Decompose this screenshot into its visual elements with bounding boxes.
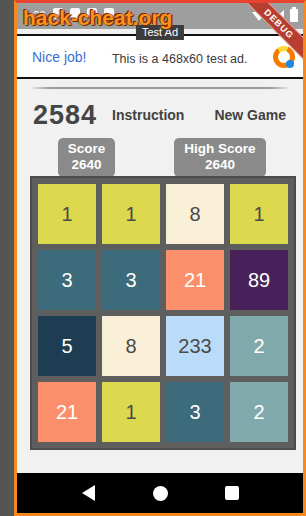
- tile-5: 5: [38, 316, 96, 376]
- game-header: 2584 Instruction New Game: [17, 99, 303, 131]
- ad-divider: [29, 87, 291, 89]
- new-game-button[interactable]: New Game: [214, 107, 286, 123]
- tile-3: 3: [38, 250, 96, 310]
- recents-button[interactable]: [212, 473, 252, 513]
- tile-1: 1: [38, 184, 96, 244]
- notification-icon: [87, 8, 97, 19]
- high-score-box: High Score 2640: [174, 138, 266, 177]
- ad-cta-link[interactable]: Nice job!: [32, 49, 86, 65]
- clock: 6:26: [24, 9, 45, 21]
- score-value: 2640: [58, 157, 115, 173]
- notification-icon: [70, 8, 80, 19]
- tile-21: 21: [38, 382, 96, 442]
- score-label: Score: [58, 141, 115, 157]
- tile-3: 3: [166, 382, 224, 442]
- page-title: 2584: [33, 100, 97, 131]
- high-score-label: High Score: [174, 141, 266, 157]
- tile-1: 1: [230, 184, 288, 244]
- tile-21: 21: [166, 250, 224, 310]
- score-box: Score 2640: [58, 138, 115, 177]
- tile-89: 89: [230, 250, 288, 310]
- recents-icon: [225, 486, 239, 500]
- back-button[interactable]: [68, 473, 108, 513]
- ad-banner[interactable]: Test Ad Nice job! This is a 468x60 test …: [17, 34, 303, 79]
- tile-3: 3: [102, 250, 160, 310]
- tile-1: 1: [102, 382, 160, 442]
- tile-8: 8: [102, 316, 160, 376]
- phone-screen: 6:26 hack-cheat.org DEBUG Test Ad Nice j…: [14, 0, 306, 516]
- board[interactable]: 118133218958233221132: [30, 176, 296, 450]
- notification-icons: [53, 8, 114, 19]
- back-icon: [82, 485, 95, 501]
- battery-icon: [290, 9, 298, 22]
- high-score-value: 2640: [174, 157, 266, 173]
- android-nav-bar: [17, 473, 303, 513]
- tile-2: 2: [230, 382, 288, 442]
- ad-body-text: This is a 468x60 test ad.: [86, 52, 273, 66]
- tile-2: 2: [230, 316, 288, 376]
- tile-233: 233: [166, 316, 224, 376]
- home-button[interactable]: [140, 473, 180, 513]
- instruction-button[interactable]: Instruction: [112, 107, 184, 123]
- home-icon: [153, 486, 168, 501]
- notification-icon: [104, 8, 114, 19]
- tile-1: 1: [102, 184, 160, 244]
- notification-icon: [53, 8, 63, 19]
- test-ad-badge: Test Ad: [136, 25, 184, 40]
- tile-8: 8: [166, 184, 224, 244]
